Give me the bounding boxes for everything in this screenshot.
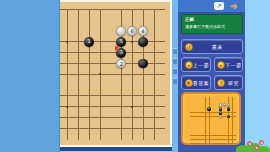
black-stone — [138, 59, 148, 69]
black-stone-1: 1 — [207, 107, 211, 111]
panel-header-bar: ↗ ➜ — [178, 0, 245, 13]
white-stone-6: 6 — [127, 26, 137, 36]
grass-hump — [258, 146, 270, 152]
message-title: 正解 — [185, 17, 239, 24]
left-background-strip — [0, 0, 60, 152]
answer-message-box: 正解 请参看右下角演示定式 — [181, 14, 243, 34]
answer-button-label: 看答案 — [193, 80, 210, 86]
grass-decoration — [236, 141, 270, 152]
black-stone — [138, 37, 148, 47]
forward-arrow-icon[interactable]: ➜ — [230, 0, 238, 12]
black-stone — [227, 115, 231, 119]
restart-button-label: 重来 — [193, 44, 243, 50]
coin-icon: ◂ — [185, 61, 193, 69]
prev-button[interactable]: ◂上一题 — [181, 57, 211, 72]
mini-answer-board: 641532 — [181, 92, 241, 145]
answer-button[interactable]: ¥看答案 — [181, 75, 211, 90]
white-stone-2: 2 — [219, 115, 223, 119]
splitter-notch — [173, 68, 177, 74]
study-button-label: 研究 — [225, 80, 242, 86]
restart-button[interactable]: ↺重来 — [181, 39, 243, 54]
black-stone — [227, 107, 231, 111]
splitter-notch — [173, 58, 177, 64]
splitter-notch — [173, 78, 177, 84]
button-group: ↺重来◂上一题▸下一题¥看答案?研究 — [181, 39, 243, 90]
flower-icon — [247, 141, 252, 146]
white-stone-2: 2 — [116, 59, 126, 69]
control-panel: ↗ ➜ 正解 请参看右下角演示定式 ↺重来◂上一题▸下一题¥看答案?研究 641… — [178, 0, 245, 152]
flower-icon — [259, 140, 264, 145]
share-icon[interactable]: ↗ — [214, 2, 224, 10]
coin-icon: ? — [217, 79, 225, 87]
next-button[interactable]: ▸下一题 — [214, 57, 244, 72]
black-stone-1: 1 — [84, 37, 94, 47]
black-stone-3: 3 — [116, 48, 126, 58]
message-body: 请参看右下角演示定式 — [185, 24, 239, 30]
white-stone-4: 4 — [138, 26, 148, 36]
mini-board-stones-layer: 641532 — [188, 96, 238, 146]
coin-icon: ↺ — [185, 43, 193, 51]
next-button-label: 下一题 — [225, 62, 242, 68]
splitter-notch — [173, 48, 177, 54]
white-stone-6: 6 — [223, 103, 227, 107]
flower-icon — [254, 145, 259, 150]
white-stone — [116, 26, 126, 36]
study-button[interactable]: ?研究 — [214, 75, 244, 90]
coin-icon: ▸ — [217, 61, 225, 69]
prev-button-label: 上一题 — [193, 62, 210, 68]
go-app-window: 641532 ↗ ➜ 正解 请参看右下角演示定式 ↺重来◂上一题▸下一题¥看答案… — [0, 0, 270, 152]
coin-icon: ¥ — [185, 79, 193, 87]
black-stone-5: 5 — [116, 37, 126, 47]
